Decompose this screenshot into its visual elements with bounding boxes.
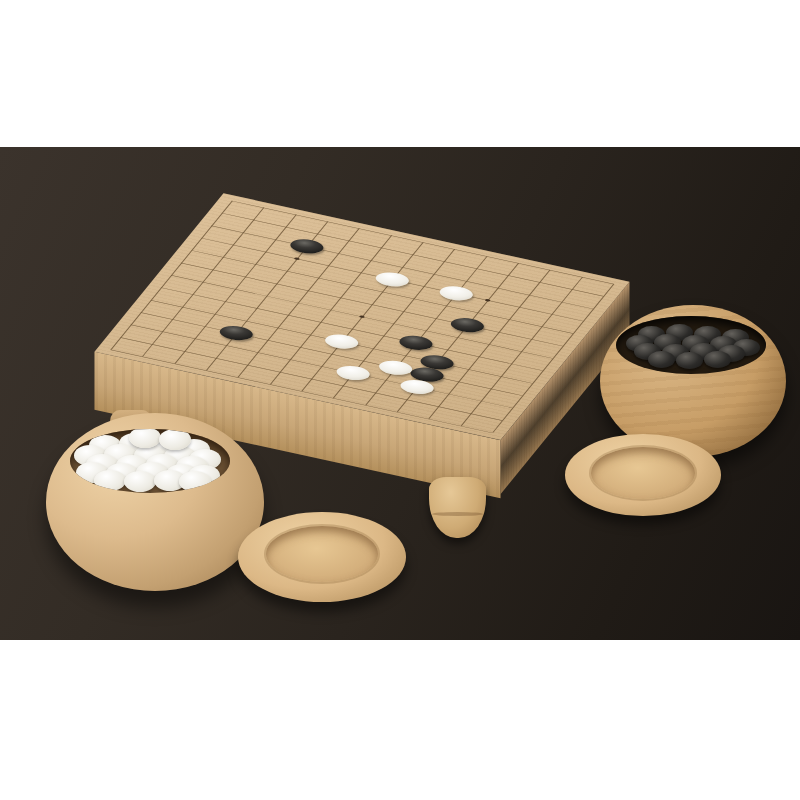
stone-white: [333, 364, 374, 383]
go-set-photo-scene: [0, 147, 800, 640]
white-pile-stone: [129, 429, 161, 448]
black-pile-stone: [676, 352, 703, 369]
white-stone-pile: [70, 429, 230, 493]
white-margin-bottom: [0, 640, 800, 800]
white-stone-bowl: [46, 413, 264, 591]
lid-recess: [591, 447, 695, 499]
stone-white: [435, 284, 476, 303]
stone-white: [321, 332, 362, 351]
lid-recess: [266, 526, 378, 582]
white-margin-top: [0, 0, 800, 147]
board-leg-front: [429, 477, 486, 538]
black-stone-pile: [616, 316, 766, 374]
stone-white: [372, 270, 413, 289]
white-pile-stone: [124, 471, 156, 492]
stone-black: [395, 333, 436, 352]
black-pile-stone: [648, 351, 675, 368]
black-pile-stone: [704, 351, 731, 368]
bowl-lid-right: [565, 434, 721, 516]
stone-black: [447, 315, 488, 334]
bowl-lid-front: [238, 512, 406, 602]
stone-black: [286, 237, 327, 256]
stone-black: [216, 324, 257, 343]
white-pile-stone: [179, 471, 211, 492]
white-pile-stone: [159, 429, 191, 450]
white-pile-stone: [94, 470, 126, 491]
